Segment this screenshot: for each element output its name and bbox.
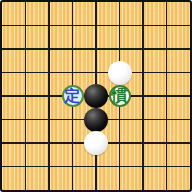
grid-line <box>166 2 167 190</box>
white-stone <box>84 131 108 155</box>
grid-line <box>2 166 190 167</box>
black-stone <box>84 84 108 108</box>
move-option-1[interactable]: 定 <box>62 85 84 107</box>
black-stone <box>84 108 108 132</box>
grid-lines: 定慣 <box>2 2 190 190</box>
go-board[interactable]: 定慣 <box>0 0 192 192</box>
move-option-2[interactable]: 慣 <box>109 85 131 107</box>
white-stone <box>108 61 132 85</box>
grid-line <box>142 2 143 190</box>
